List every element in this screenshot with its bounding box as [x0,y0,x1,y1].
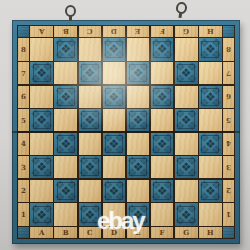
square-e8 [127,38,150,60]
square-d4: ❖ [103,133,126,155]
coordinate-text: 6 [226,93,231,100]
square-f5 [151,109,174,131]
square-f2: ❖ [151,180,174,202]
square-f1 [151,203,174,225]
square-e7: ❖ [127,62,150,84]
carved-ornament-icon: ❖ [133,114,144,126]
file-label-bottom-g: G [175,227,198,238]
coordinate-text: F [160,229,165,236]
border-corner [223,227,234,238]
border-corner [223,26,234,37]
square-a2 [30,180,53,202]
coordinate-text: A [39,229,44,236]
carved-ornament-icon: ❖ [181,209,192,221]
square-d6: ❖ [103,86,126,108]
carved-ornament-icon: ❖ [109,185,120,197]
carved-ornament-icon: ❖ [60,91,71,103]
square-f6: ❖ [151,86,174,108]
square-d5 [103,109,126,131]
square-c8 [79,38,102,60]
fold-seam [12,131,240,133]
square-g4 [175,133,198,155]
coordinate-text: 3 [226,164,231,171]
coordinate-text: 2 [21,187,26,194]
coordinate-text: 8 [21,46,26,53]
square-h2: ❖ [199,180,222,202]
square-e6 [127,86,150,108]
square-e3: ❖ [127,156,150,178]
rank-label-left-2: 2 [18,180,29,202]
rank-label-left-4: 4 [18,133,29,155]
coordinate-text: 4 [21,140,26,147]
product-photo: ABCDEFGH8❖❖❖❖87❖❖❖❖76❖❖❖❖65❖❖❖❖54❖❖❖❖43❖… [0,0,250,250]
square-c2 [79,180,102,202]
coordinate-text: A [39,28,44,35]
coordinate-text: 1 [226,211,231,218]
coordinate-text: F [160,28,165,35]
rank-label-right-7: 7 [223,62,234,84]
border-corner [18,26,29,37]
square-e5: ❖ [127,109,150,131]
rank-label-right-2: 2 [223,180,234,202]
file-label-top-d: D [103,26,126,37]
square-h7 [199,62,222,84]
square-h5 [199,109,222,131]
border-corner [18,227,29,238]
rank-label-left-7: 7 [18,62,29,84]
square-g7: ❖ [175,62,198,84]
hanging-ring-left-icon [65,5,76,17]
file-label-bottom-h: H [199,227,222,238]
coordinate-text: 3 [21,164,26,171]
square-f4: ❖ [151,133,174,155]
square-g8 [175,38,198,60]
rank-label-left-5: 5 [18,109,29,131]
square-d7 [103,62,126,84]
square-f8: ❖ [151,38,174,60]
carved-ornament-icon: ❖ [109,91,120,103]
square-a5: ❖ [30,109,53,131]
coordinate-text: E [135,28,140,35]
carved-ornament-icon: ❖ [157,185,168,197]
carved-ornament-icon: ❖ [36,114,47,126]
square-a6 [30,86,53,108]
rank-label-right-3: 3 [223,156,234,178]
coordinate-text: G [183,229,189,236]
carved-ornament-icon: ❖ [60,138,71,150]
coordinate-text: B [63,229,69,236]
carved-ornament-icon: ❖ [205,91,216,103]
square-f3 [151,156,174,178]
file-label-top-f: F [151,26,174,37]
file-label-top-g: G [175,26,198,37]
square-a4 [30,133,53,155]
square-g2 [175,180,198,202]
carved-ornament-icon: ❖ [36,67,47,79]
rank-label-right-4: 4 [223,133,234,155]
square-d2: ❖ [103,180,126,202]
carved-ornament-icon: ❖ [60,185,71,197]
carved-ornament-icon: ❖ [205,43,216,55]
rank-label-right-5: 5 [223,109,234,131]
square-d8: ❖ [103,38,126,60]
square-b6: ❖ [54,86,77,108]
square-f7 [151,62,174,84]
carved-ornament-icon: ❖ [109,138,120,150]
rank-label-left-3: 3 [18,156,29,178]
square-c3: ❖ [79,156,102,178]
carved-ornament-icon: ❖ [205,138,216,150]
carved-ornament-icon: ❖ [60,43,71,55]
square-d3 [103,156,126,178]
coordinate-text: B [63,28,69,35]
rank-label-right-6: 6 [223,86,234,108]
square-b4: ❖ [54,133,77,155]
coordinate-text: 7 [21,70,26,77]
square-c7: ❖ [79,62,102,84]
carved-ornament-icon: ❖ [157,43,168,55]
square-h1 [199,203,222,225]
square-b8: ❖ [54,38,77,60]
coordinate-text: H [207,229,214,236]
coordinate-text: H [207,28,214,35]
square-g3: ❖ [175,156,198,178]
square-a8 [30,38,53,60]
file-label-top-h: H [199,26,222,37]
file-label-top-c: C [79,26,102,37]
square-g6 [175,86,198,108]
ebay-watermark: ebay [97,207,144,235]
file-label-bottom-f: F [151,227,174,238]
coordinate-text: 5 [226,117,231,124]
carved-ornament-icon: ❖ [84,114,95,126]
carved-ornament-icon: ❖ [157,91,168,103]
carved-ornament-icon: ❖ [84,209,95,221]
carved-ornament-icon: ❖ [133,161,144,173]
square-b1 [54,203,77,225]
square-c5: ❖ [79,109,102,131]
rank-label-right-1: 1 [223,203,234,225]
file-label-top-a: A [30,26,53,37]
square-g1: ❖ [175,203,198,225]
carved-ornament-icon: ❖ [181,114,192,126]
carved-ornament-icon: ❖ [84,161,95,173]
carved-ornament-icon: ❖ [181,161,192,173]
carved-ornament-icon: ❖ [133,67,144,79]
coordinate-text: 7 [226,70,231,77]
coordinate-text: 1 [21,211,26,218]
carved-ornament-icon: ❖ [181,67,192,79]
square-h4: ❖ [199,133,222,155]
coordinate-text: C [87,229,93,236]
coordinate-text: 8 [226,46,231,53]
coordinate-text: D [111,28,117,35]
carved-ornament-icon: ❖ [157,138,168,150]
coordinate-text: 4 [226,140,231,147]
square-b2: ❖ [54,180,77,202]
square-c6 [79,86,102,108]
square-h3 [199,156,222,178]
rank-label-right-8: 8 [223,38,234,60]
coordinate-text: C [87,28,93,35]
square-a1: ❖ [30,203,53,225]
square-h8: ❖ [199,38,222,60]
rank-label-left-1: 1 [18,203,29,225]
coordinate-text: 2 [226,187,231,194]
file-label-bottom-b: B [54,227,77,238]
carved-ornament-icon: ❖ [109,43,120,55]
rank-label-left-8: 8 [18,38,29,60]
square-a3: ❖ [30,156,53,178]
coordinate-text: G [183,28,189,35]
carved-ornament-icon: ❖ [36,161,47,173]
square-b5 [54,109,77,131]
coordinate-text: 5 [21,117,26,124]
carved-ornament-icon: ❖ [36,209,47,221]
square-e2 [127,180,150,202]
hanging-ring-right-icon [175,1,188,15]
carved-ornament-icon: ❖ [84,67,95,79]
square-c4 [79,133,102,155]
file-label-top-b: B [54,26,77,37]
rank-label-left-6: 6 [18,86,29,108]
square-b3 [54,156,77,178]
square-h6: ❖ [199,86,222,108]
file-label-bottom-a: A [30,227,53,238]
file-label-top-e: E [127,26,150,37]
square-e4 [127,133,150,155]
coordinate-text: 6 [21,93,26,100]
square-g5: ❖ [175,109,198,131]
square-a7: ❖ [30,62,53,84]
square-b7 [54,62,77,84]
carved-ornament-icon: ❖ [205,185,216,197]
